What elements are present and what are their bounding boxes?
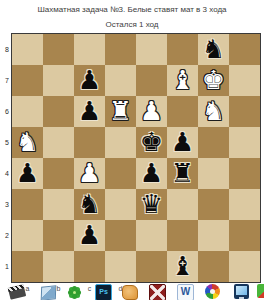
black-bishop-f1[interactable]: ♝ [171, 253, 194, 279]
square-d4[interactable] [105, 158, 136, 189]
square-e3[interactable]: ♛ [136, 189, 167, 220]
square-a7[interactable] [12, 65, 43, 96]
rank-label-2: 2 [0, 220, 9, 251]
word-icon[interactable]: W [177, 284, 194, 300]
black-pawn-c2[interactable]: ♟ [78, 222, 101, 248]
rank-label-3: 3 [0, 189, 9, 220]
white-pawn-c4[interactable]: ♟ [78, 160, 101, 186]
square-h5[interactable] [229, 127, 260, 158]
clapperboard-icon[interactable] [8, 284, 26, 300]
square-g1[interactable] [198, 251, 229, 282]
photoshop-icon[interactable]: Ps [95, 284, 112, 300]
square-f5[interactable]: ♟ [167, 127, 198, 158]
partial-app-icon[interactable] [257, 284, 264, 298]
black-king-e5[interactable]: ♚ [140, 129, 163, 155]
square-e7[interactable] [136, 65, 167, 96]
square-h2[interactable] [229, 220, 260, 251]
chess-app-window: Шахматная задача №3. Белые ставят мат в … [0, 0, 264, 300]
square-a6[interactable] [12, 96, 43, 127]
square-a1[interactable] [12, 251, 43, 282]
square-h1[interactable] [229, 251, 260, 282]
black-queen-e3[interactable]: ♛ [140, 191, 163, 217]
square-g3[interactable] [198, 189, 229, 220]
desktop-icon-row: PsW [0, 284, 264, 300]
white-pawn-e6[interactable]: ♟ [140, 98, 163, 124]
white-knight-a5[interactable]: ♞ [16, 129, 39, 155]
square-g7[interactable]: ♚ [198, 65, 229, 96]
square-b7[interactable] [43, 65, 74, 96]
square-b4[interactable] [43, 158, 74, 189]
rank-label-1: 1 [0, 251, 9, 282]
square-d6[interactable]: ♜ [105, 96, 136, 127]
square-a2[interactable] [12, 220, 43, 251]
square-g4[interactable] [198, 158, 229, 189]
monitor-icon[interactable] [234, 284, 249, 299]
square-e2[interactable] [136, 220, 167, 251]
pinwheel-icon[interactable] [205, 284, 220, 299]
white-king-g7[interactable]: ♚ [202, 67, 225, 93]
black-knight-c3[interactable]: ♞ [78, 191, 101, 217]
black-rook-f4[interactable]: ♜ [171, 160, 194, 186]
red-grid-icon[interactable] [149, 284, 166, 300]
square-e8[interactable] [136, 34, 167, 65]
square-c3[interactable]: ♞ [74, 189, 105, 220]
white-rook-d6[interactable]: ♜ [109, 98, 132, 124]
white-knight-g6[interactable]: ♞ [202, 98, 225, 124]
square-c5[interactable] [74, 127, 105, 158]
rank-label-4: 4 [0, 158, 9, 189]
square-a4[interactable]: ♟ [12, 158, 43, 189]
black-pawn-c6[interactable]: ♟ [78, 98, 101, 124]
square-e4[interactable]: ♟ [136, 158, 167, 189]
chess-board: ♞♟♝♚♟♜♟♞♞♚♟♟♟♟♜♞♛♟♝ [11, 33, 261, 283]
square-c6[interactable]: ♟ [74, 96, 105, 127]
square-g5[interactable] [198, 127, 229, 158]
square-c7[interactable]: ♟ [74, 65, 105, 96]
square-e5[interactable]: ♚ [136, 127, 167, 158]
square-h3[interactable] [229, 189, 260, 220]
rank-labels: 87654321 [0, 34, 9, 282]
square-d1[interactable] [105, 251, 136, 282]
square-d7[interactable] [105, 65, 136, 96]
black-pawn-a4[interactable]: ♟ [16, 160, 39, 186]
book-icon[interactable] [41, 285, 57, 300]
square-b5[interactable] [43, 127, 74, 158]
square-f6[interactable] [167, 96, 198, 127]
square-h8[interactable] [229, 34, 260, 65]
square-c2[interactable]: ♟ [74, 220, 105, 251]
square-f8[interactable] [167, 34, 198, 65]
black-pawn-f5[interactable]: ♟ [171, 129, 194, 155]
square-f4[interactable]: ♜ [167, 158, 198, 189]
square-a3[interactable] [12, 189, 43, 220]
square-b8[interactable] [43, 34, 74, 65]
square-h4[interactable] [229, 158, 260, 189]
puzzle-title: Шахматная задача №3. Белые ставят мат в … [0, 5, 264, 14]
rank-label-6: 6 [0, 96, 9, 127]
black-pawn-c7[interactable]: ♟ [78, 67, 101, 93]
square-b2[interactable] [43, 220, 74, 251]
square-g8[interactable]: ♞ [198, 34, 229, 65]
square-f2[interactable] [167, 220, 198, 251]
square-d5[interactable] [105, 127, 136, 158]
square-f7[interactable]: ♝ [167, 65, 198, 96]
square-h7[interactable] [229, 65, 260, 96]
black-knight-g8[interactable]: ♞ [202, 36, 225, 62]
square-d2[interactable] [105, 220, 136, 251]
square-d8[interactable] [105, 34, 136, 65]
square-b1[interactable] [43, 251, 74, 282]
white-bishop-f7[interactable]: ♝ [171, 67, 194, 93]
square-h6[interactable] [229, 96, 260, 127]
clover-icon[interactable] [67, 285, 82, 300]
square-b3[interactable] [43, 189, 74, 220]
rank-label-8: 8 [0, 34, 9, 65]
square-c4[interactable]: ♟ [74, 158, 105, 189]
moves-left-status: Остался 1 ход [0, 20, 264, 29]
square-e6[interactable]: ♟ [136, 96, 167, 127]
square-a8[interactable] [12, 34, 43, 65]
square-g6[interactable]: ♞ [198, 96, 229, 127]
square-g2[interactable] [198, 220, 229, 251]
square-b6[interactable] [43, 96, 74, 127]
square-f3[interactable] [167, 189, 198, 220]
square-c1[interactable] [74, 251, 105, 282]
hand-icon[interactable] [122, 285, 138, 300]
rank-label-7: 7 [0, 65, 9, 96]
square-c8[interactable] [74, 34, 105, 65]
square-e1[interactable] [136, 251, 167, 282]
black-pawn-e4[interactable]: ♟ [140, 160, 163, 186]
square-d3[interactable] [105, 189, 136, 220]
square-a5[interactable]: ♞ [12, 127, 43, 158]
square-f1[interactable]: ♝ [167, 251, 198, 282]
rank-label-5: 5 [0, 127, 9, 158]
